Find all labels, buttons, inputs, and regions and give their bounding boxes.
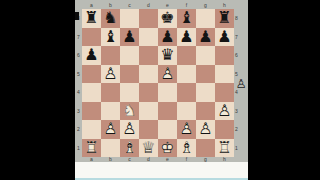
square-a1[interactable]: ♜♖ — [82, 139, 101, 158]
rank-label-3: 3 — [235, 102, 241, 121]
piece-black-pawn[interactable]: ♟ — [82, 46, 101, 65]
square-d5[interactable] — [139, 65, 158, 84]
square-h7[interactable]: ♟ — [215, 28, 234, 47]
square-f5[interactable] — [177, 65, 196, 84]
square-a8[interactable]: ♜ — [82, 9, 101, 28]
piece-white-king[interactable]: ♚♔ — [158, 139, 177, 158]
piece-white-pawn[interactable]: ♟♙ — [101, 65, 120, 84]
square-b1[interactable] — [101, 139, 120, 158]
piece-black-king[interactable]: ♚ — [158, 9, 177, 28]
square-g1[interactable] — [196, 139, 215, 158]
square-g4[interactable] — [196, 83, 215, 102]
rank-label-5: 5 — [76, 65, 81, 84]
square-e3[interactable] — [158, 102, 177, 121]
piece-black-rook[interactable]: ♜ — [82, 9, 101, 28]
square-c3[interactable]: ♞♘ — [120, 102, 139, 121]
square-b5[interactable]: ♟♙ — [101, 65, 120, 84]
square-a7[interactable] — [82, 28, 101, 47]
piece-black-pawn[interactable]: ♟ — [120, 28, 139, 47]
square-f7[interactable]: ♟ — [177, 28, 196, 47]
piece-white-pawn[interactable]: ♟♙ — [177, 120, 196, 139]
square-c1[interactable]: ♝♗ — [120, 139, 139, 158]
square-h2[interactable] — [215, 120, 234, 139]
square-f4[interactable] — [177, 83, 196, 102]
square-f1[interactable]: ♝♗ — [177, 139, 196, 158]
square-e6[interactable]: ♛ — [158, 46, 177, 65]
square-b7[interactable]: ♝ — [101, 28, 120, 47]
square-f3[interactable] — [177, 102, 196, 121]
square-e7[interactable]: ♟ — [158, 28, 177, 47]
piece-white-queen[interactable]: ♛♕ — [139, 139, 158, 158]
caption-panel: Gauthier 17 (....) -- Alex 19 (....) 154… — [75, 162, 248, 180]
piece-black-bishop[interactable]: ♝ — [101, 28, 120, 47]
square-e2[interactable] — [158, 120, 177, 139]
piece-white-bishop[interactable]: ♝♗ — [120, 139, 139, 158]
piece-black-pawn[interactable]: ♟ — [177, 28, 196, 47]
piece-black-pawn[interactable]: ♟ — [215, 28, 234, 47]
square-a4[interactable] — [82, 83, 101, 102]
square-c8[interactable] — [120, 9, 139, 28]
square-h8[interactable]: ♜ — [215, 9, 234, 28]
piece-black-bishop[interactable]: ♝ — [177, 9, 196, 28]
rank-label-8: 8 — [235, 9, 241, 28]
piece-black-queen[interactable]: ♛ — [158, 46, 177, 65]
square-d4[interactable] — [139, 83, 158, 102]
square-g2[interactable]: ♟♙ — [196, 120, 215, 139]
rank-label-2: 2 — [76, 120, 81, 139]
captured-pawn-icon: ♙ — [234, 77, 248, 92]
square-e5[interactable]: ♟♙ — [158, 65, 177, 84]
piece-white-pawn[interactable]: ♟♙ — [215, 102, 234, 121]
right-letterbox — [248, 0, 320, 180]
square-f2[interactable]: ♟♙ — [177, 120, 196, 139]
square-b2[interactable]: ♟♙ — [101, 120, 120, 139]
piece-black-rook[interactable]: ♜ — [215, 9, 234, 28]
file-label-g: g — [196, 1, 215, 9]
square-e4[interactable] — [158, 83, 177, 102]
chess-board: ♜♞♚♝♜♝♟♟♟♟♟♟♛♟♙♟♙♞♘♟♙♟♙♟♙♟♙♟♙♜♖♝♗♛♕♚♔♝♗♜… — [82, 9, 234, 157]
rank-label-7: 7 — [235, 28, 241, 47]
left-letterbox — [0, 0, 75, 180]
square-b8[interactable]: ♞ — [101, 9, 120, 28]
rank-label-1: 1 — [235, 139, 241, 158]
rank-label-2: 2 — [235, 120, 241, 139]
square-g7[interactable]: ♟ — [196, 28, 215, 47]
bottom-strip — [75, 178, 248, 180]
video-frame: abcdefgh 87654321 ♜♞♚♝♜♝♟♟♟♟♟♟♛♟♙♟♙♞♘♟♙♟… — [0, 0, 320, 180]
square-a3[interactable] — [82, 102, 101, 121]
rank-label-7: 7 — [76, 28, 81, 47]
square-d3[interactable] — [139, 102, 158, 121]
square-h5[interactable] — [215, 65, 234, 84]
square-a2[interactable] — [82, 120, 101, 139]
square-c6[interactable] — [120, 46, 139, 65]
square-a6[interactable]: ♟ — [82, 46, 101, 65]
piece-white-pawn[interactable]: ♟♙ — [196, 120, 215, 139]
square-h3[interactable]: ♟♙ — [215, 102, 234, 121]
square-d1[interactable]: ♛♕ — [139, 139, 158, 158]
square-c7[interactable]: ♟ — [120, 28, 139, 47]
square-g5[interactable] — [196, 65, 215, 84]
piece-white-bishop[interactable]: ♝♗ — [177, 139, 196, 158]
square-d6[interactable] — [139, 46, 158, 65]
square-h4[interactable] — [215, 83, 234, 102]
square-h6[interactable] — [215, 46, 234, 65]
piece-white-knight[interactable]: ♞♘ — [120, 102, 139, 121]
square-d8[interactable] — [139, 9, 158, 28]
square-g3[interactable] — [196, 102, 215, 121]
square-e1[interactable]: ♚♔ — [158, 139, 177, 158]
square-g6[interactable] — [196, 46, 215, 65]
square-b6[interactable] — [101, 46, 120, 65]
square-c2[interactable]: ♟♙ — [120, 120, 139, 139]
square-d7[interactable] — [139, 28, 158, 47]
piece-black-pawn[interactable]: ♟ — [196, 28, 215, 47]
square-g8[interactable] — [196, 9, 215, 28]
rank-labels-left: 87654321 — [76, 9, 81, 157]
rank-label-1: 1 — [76, 139, 81, 158]
rank-label-4: 4 — [76, 83, 81, 102]
square-f6[interactable] — [177, 46, 196, 65]
chess-gui: abcdefgh 87654321 ♜♞♚♝♜♝♟♟♟♟♟♟♛♟♙♟♙♞♘♟♙♟… — [75, 0, 248, 180]
piece-black-pawn[interactable]: ♟ — [158, 28, 177, 47]
file-label-c: c — [120, 1, 139, 9]
square-f8[interactable]: ♝ — [177, 9, 196, 28]
square-c4[interactable] — [120, 83, 139, 102]
rank-label-6: 6 — [235, 46, 241, 65]
piece-white-pawn[interactable]: ♟♙ — [101, 120, 120, 139]
square-b3[interactable] — [101, 102, 120, 121]
file-label-d: d — [139, 1, 158, 9]
piece-black-knight[interactable]: ♞ — [101, 9, 120, 28]
rank-label-3: 3 — [76, 102, 81, 121]
piece-white-rook[interactable]: ♜♖ — [82, 139, 101, 158]
piece-white-pawn[interactable]: ♟♙ — [158, 65, 177, 84]
square-a5[interactable] — [82, 65, 101, 84]
square-d2[interactable] — [139, 120, 158, 139]
rank-label-6: 6 — [76, 46, 81, 65]
square-h1[interactable]: ♜♖ — [215, 139, 234, 158]
piece-white-rook[interactable]: ♜♖ — [215, 139, 234, 158]
black-to-move-indicator — [75, 12, 79, 20]
square-b4[interactable] — [101, 83, 120, 102]
square-e8[interactable]: ♚ — [158, 9, 177, 28]
square-c5[interactable] — [120, 65, 139, 84]
piece-white-pawn[interactable]: ♟♙ — [120, 120, 139, 139]
